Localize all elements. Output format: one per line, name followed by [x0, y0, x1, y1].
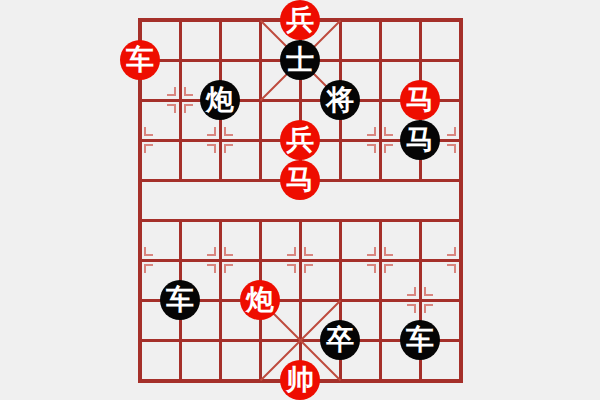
star-point-marker — [447, 247, 456, 256]
board-cell[interactable] — [340, 20, 380, 60]
board-cell[interactable] — [420, 20, 460, 60]
star-point-marker — [384, 127, 393, 136]
piece-black-chariot[interactable]: 车 — [400, 320, 440, 360]
star-point-marker — [144, 144, 153, 153]
piece-black-advisor[interactable]: 士 — [280, 40, 320, 80]
star-point-marker — [447, 264, 456, 273]
star-point-marker — [287, 264, 296, 273]
star-point-marker — [224, 247, 233, 256]
piece-black-general[interactable]: 将 — [320, 80, 360, 120]
piece-red-soldier[interactable]: 兵 — [280, 0, 320, 40]
piece-red-horse[interactable]: 马 — [400, 80, 440, 120]
star-point-marker — [304, 247, 313, 256]
board-cell[interactable] — [220, 340, 260, 380]
star-point-marker — [304, 264, 313, 273]
star-point-marker — [447, 127, 456, 136]
board-cell[interactable] — [180, 340, 220, 380]
star-point-marker — [224, 264, 233, 273]
star-point-marker — [144, 264, 153, 273]
star-point-marker — [384, 264, 393, 273]
piece-black-soldier[interactable]: 卒 — [320, 320, 360, 360]
piece-red-cannon[interactable]: 炮 — [240, 280, 280, 320]
star-point-marker — [144, 127, 153, 136]
star-point-marker — [167, 104, 176, 113]
star-point-marker — [207, 127, 216, 136]
star-point-marker — [167, 87, 176, 96]
star-point-marker — [144, 247, 153, 256]
star-point-marker — [207, 144, 216, 153]
star-point-marker — [207, 264, 216, 273]
piece-black-cannon[interactable]: 炮 — [200, 80, 240, 120]
xiangqi-app: 兵车士炮将马兵马马车炮卒车帅 — [0, 0, 600, 400]
star-point-marker — [407, 304, 416, 313]
piece-red-soldier[interactable]: 兵 — [280, 120, 320, 160]
piece-red-general[interactable]: 帅 — [280, 360, 320, 400]
star-point-marker — [367, 247, 376, 256]
piece-red-chariot[interactable]: 车 — [120, 40, 160, 80]
board-cell[interactable] — [140, 340, 180, 380]
star-point-marker — [424, 287, 433, 296]
star-point-marker — [367, 127, 376, 136]
star-point-marker — [224, 144, 233, 153]
star-point-marker — [287, 247, 296, 256]
star-point-marker — [184, 104, 193, 113]
board-cell[interactable] — [180, 20, 220, 60]
piece-black-horse[interactable]: 马 — [400, 120, 440, 160]
star-point-marker — [407, 287, 416, 296]
star-point-marker — [224, 127, 233, 136]
star-point-marker — [447, 144, 456, 153]
board-cell[interactable] — [220, 20, 260, 60]
star-point-marker — [367, 144, 376, 153]
star-point-marker — [184, 87, 193, 96]
star-point-marker — [384, 144, 393, 153]
star-point-marker — [207, 247, 216, 256]
xiangqi-board[interactable]: 兵车士炮将马兵马马车炮卒车帅 — [139, 19, 462, 382]
board-cell[interactable] — [380, 20, 420, 60]
star-point-marker — [424, 304, 433, 313]
piece-black-chariot[interactable]: 车 — [160, 280, 200, 320]
star-point-marker — [384, 247, 393, 256]
piece-red-horse[interactable]: 马 — [280, 160, 320, 200]
star-point-marker — [367, 264, 376, 273]
